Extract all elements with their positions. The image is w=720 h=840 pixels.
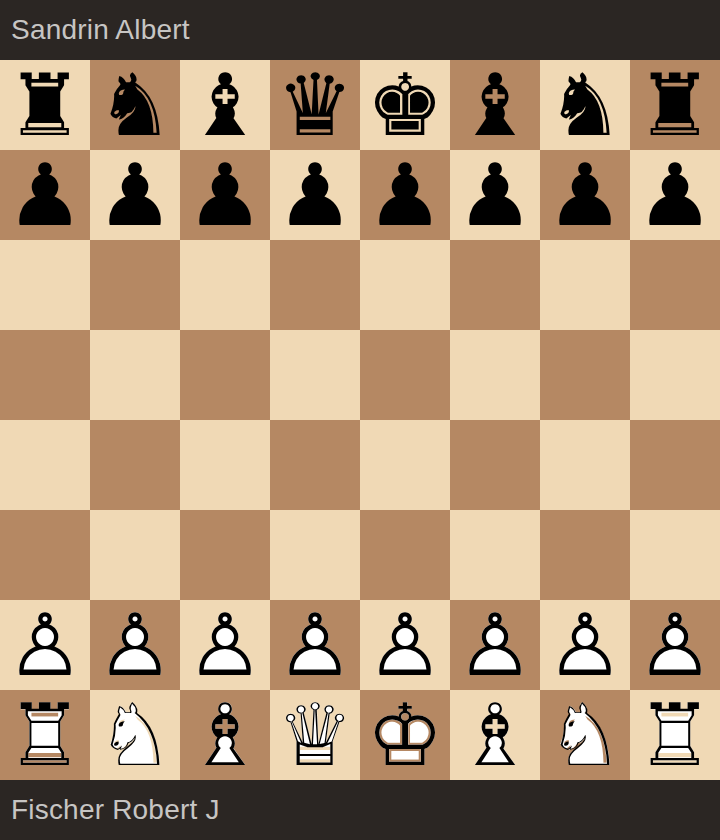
- white-bishop[interactable]: ♝♗: [450, 690, 540, 780]
- white-pawn[interactable]: ♟♙: [630, 600, 720, 690]
- top-player-name[interactable]: Sandrin Albert: [11, 14, 190, 46]
- square-b8[interactable]: ♞: [90, 60, 180, 150]
- top-player-bar: Sandrin Albert: [0, 0, 720, 60]
- white-king[interactable]: ♚♔: [360, 690, 450, 780]
- bottom-player-name[interactable]: Fischer Robert J: [11, 794, 220, 826]
- square-h5[interactable]: [630, 330, 720, 420]
- square-e2[interactable]: ♟♙: [360, 600, 450, 690]
- square-c8[interactable]: ♝: [180, 60, 270, 150]
- square-b6[interactable]: [90, 240, 180, 330]
- square-h8[interactable]: ♜: [630, 60, 720, 150]
- square-d8[interactable]: ♛: [270, 60, 360, 150]
- white-pawn[interactable]: ♟♙: [0, 600, 90, 690]
- square-d1[interactable]: ♛♕: [270, 690, 360, 780]
- square-e7[interactable]: ♟: [360, 150, 450, 240]
- square-c7[interactable]: ♟: [180, 150, 270, 240]
- square-c6[interactable]: [180, 240, 270, 330]
- square-f3[interactable]: [450, 510, 540, 600]
- black-pawn[interactable]: ♟: [180, 150, 270, 240]
- square-h1[interactable]: ♜♖: [630, 690, 720, 780]
- square-b3[interactable]: [90, 510, 180, 600]
- white-knight[interactable]: ♞♘: [540, 690, 630, 780]
- square-c4[interactable]: [180, 420, 270, 510]
- square-a1[interactable]: ♜♖: [0, 690, 90, 780]
- square-g8[interactable]: ♞: [540, 60, 630, 150]
- black-pawn[interactable]: ♟: [540, 150, 630, 240]
- square-a2[interactable]: ♟♙: [0, 600, 90, 690]
- black-pawn[interactable]: ♟: [270, 150, 360, 240]
- black-knight[interactable]: ♞: [540, 60, 630, 150]
- black-pawn[interactable]: ♟: [0, 150, 90, 240]
- square-a3[interactable]: [0, 510, 90, 600]
- square-d4[interactable]: [270, 420, 360, 510]
- black-king[interactable]: ♚: [360, 60, 450, 150]
- white-knight[interactable]: ♞♘: [90, 690, 180, 780]
- white-queen[interactable]: ♛♕: [270, 690, 360, 780]
- square-h4[interactable]: [630, 420, 720, 510]
- square-h2[interactable]: ♟♙: [630, 600, 720, 690]
- white-pawn[interactable]: ♟♙: [90, 600, 180, 690]
- square-e6[interactable]: [360, 240, 450, 330]
- square-c3[interactable]: [180, 510, 270, 600]
- square-a4[interactable]: [0, 420, 90, 510]
- square-a7[interactable]: ♟: [0, 150, 90, 240]
- black-bishop[interactable]: ♝: [450, 60, 540, 150]
- square-g4[interactable]: [540, 420, 630, 510]
- square-a5[interactable]: [0, 330, 90, 420]
- black-rook[interactable]: ♜: [630, 60, 720, 150]
- black-pawn[interactable]: ♟: [450, 150, 540, 240]
- chess-board: ♜♞♝♛♚♝♞♜♟♟♟♟♟♟♟♟♟♙♟♙♟♙♟♙♟♙♟♙♟♙♟♙♜♖♞♘♝♗♛♕…: [0, 60, 720, 780]
- square-g1[interactable]: ♞♘: [540, 690, 630, 780]
- square-c2[interactable]: ♟♙: [180, 600, 270, 690]
- square-f4[interactable]: [450, 420, 540, 510]
- black-knight[interactable]: ♞: [90, 60, 180, 150]
- square-c5[interactable]: [180, 330, 270, 420]
- square-f2[interactable]: ♟♙: [450, 600, 540, 690]
- white-pawn[interactable]: ♟♙: [360, 600, 450, 690]
- square-d5[interactable]: [270, 330, 360, 420]
- square-f5[interactable]: [450, 330, 540, 420]
- square-e1[interactable]: ♚♔: [360, 690, 450, 780]
- black-pawn[interactable]: ♟: [630, 150, 720, 240]
- square-f7[interactable]: ♟: [450, 150, 540, 240]
- square-e5[interactable]: [360, 330, 450, 420]
- square-a8[interactable]: ♜: [0, 60, 90, 150]
- square-d2[interactable]: ♟♙: [270, 600, 360, 690]
- square-d6[interactable]: [270, 240, 360, 330]
- black-queen[interactable]: ♛: [270, 60, 360, 150]
- square-b1[interactable]: ♞♘: [90, 690, 180, 780]
- white-pawn[interactable]: ♟♙: [180, 600, 270, 690]
- square-e4[interactable]: [360, 420, 450, 510]
- black-pawn[interactable]: ♟: [90, 150, 180, 240]
- square-g6[interactable]: [540, 240, 630, 330]
- square-b2[interactable]: ♟♙: [90, 600, 180, 690]
- square-f6[interactable]: [450, 240, 540, 330]
- square-d3[interactable]: [270, 510, 360, 600]
- square-g7[interactable]: ♟: [540, 150, 630, 240]
- black-pawn[interactable]: ♟: [360, 150, 450, 240]
- black-bishop[interactable]: ♝: [180, 60, 270, 150]
- square-h6[interactable]: [630, 240, 720, 330]
- white-pawn[interactable]: ♟♙: [270, 600, 360, 690]
- square-f1[interactable]: ♝♗: [450, 690, 540, 780]
- bottom-player-bar: Fischer Robert J: [0, 780, 720, 840]
- white-pawn[interactable]: ♟♙: [540, 600, 630, 690]
- square-d7[interactable]: ♟: [270, 150, 360, 240]
- square-h7[interactable]: ♟: [630, 150, 720, 240]
- square-e8[interactable]: ♚: [360, 60, 450, 150]
- square-c1[interactable]: ♝♗: [180, 690, 270, 780]
- white-rook[interactable]: ♜♖: [0, 690, 90, 780]
- square-e3[interactable]: [360, 510, 450, 600]
- square-g5[interactable]: [540, 330, 630, 420]
- square-g3[interactable]: [540, 510, 630, 600]
- square-f8[interactable]: ♝: [450, 60, 540, 150]
- square-a6[interactable]: [0, 240, 90, 330]
- square-b7[interactable]: ♟: [90, 150, 180, 240]
- square-b4[interactable]: [90, 420, 180, 510]
- square-b5[interactable]: [90, 330, 180, 420]
- square-h3[interactable]: [630, 510, 720, 600]
- white-rook[interactable]: ♜♖: [630, 690, 720, 780]
- white-pawn[interactable]: ♟♙: [450, 600, 540, 690]
- white-bishop[interactable]: ♝♗: [180, 690, 270, 780]
- black-rook[interactable]: ♜: [0, 60, 90, 150]
- square-g2[interactable]: ♟♙: [540, 600, 630, 690]
